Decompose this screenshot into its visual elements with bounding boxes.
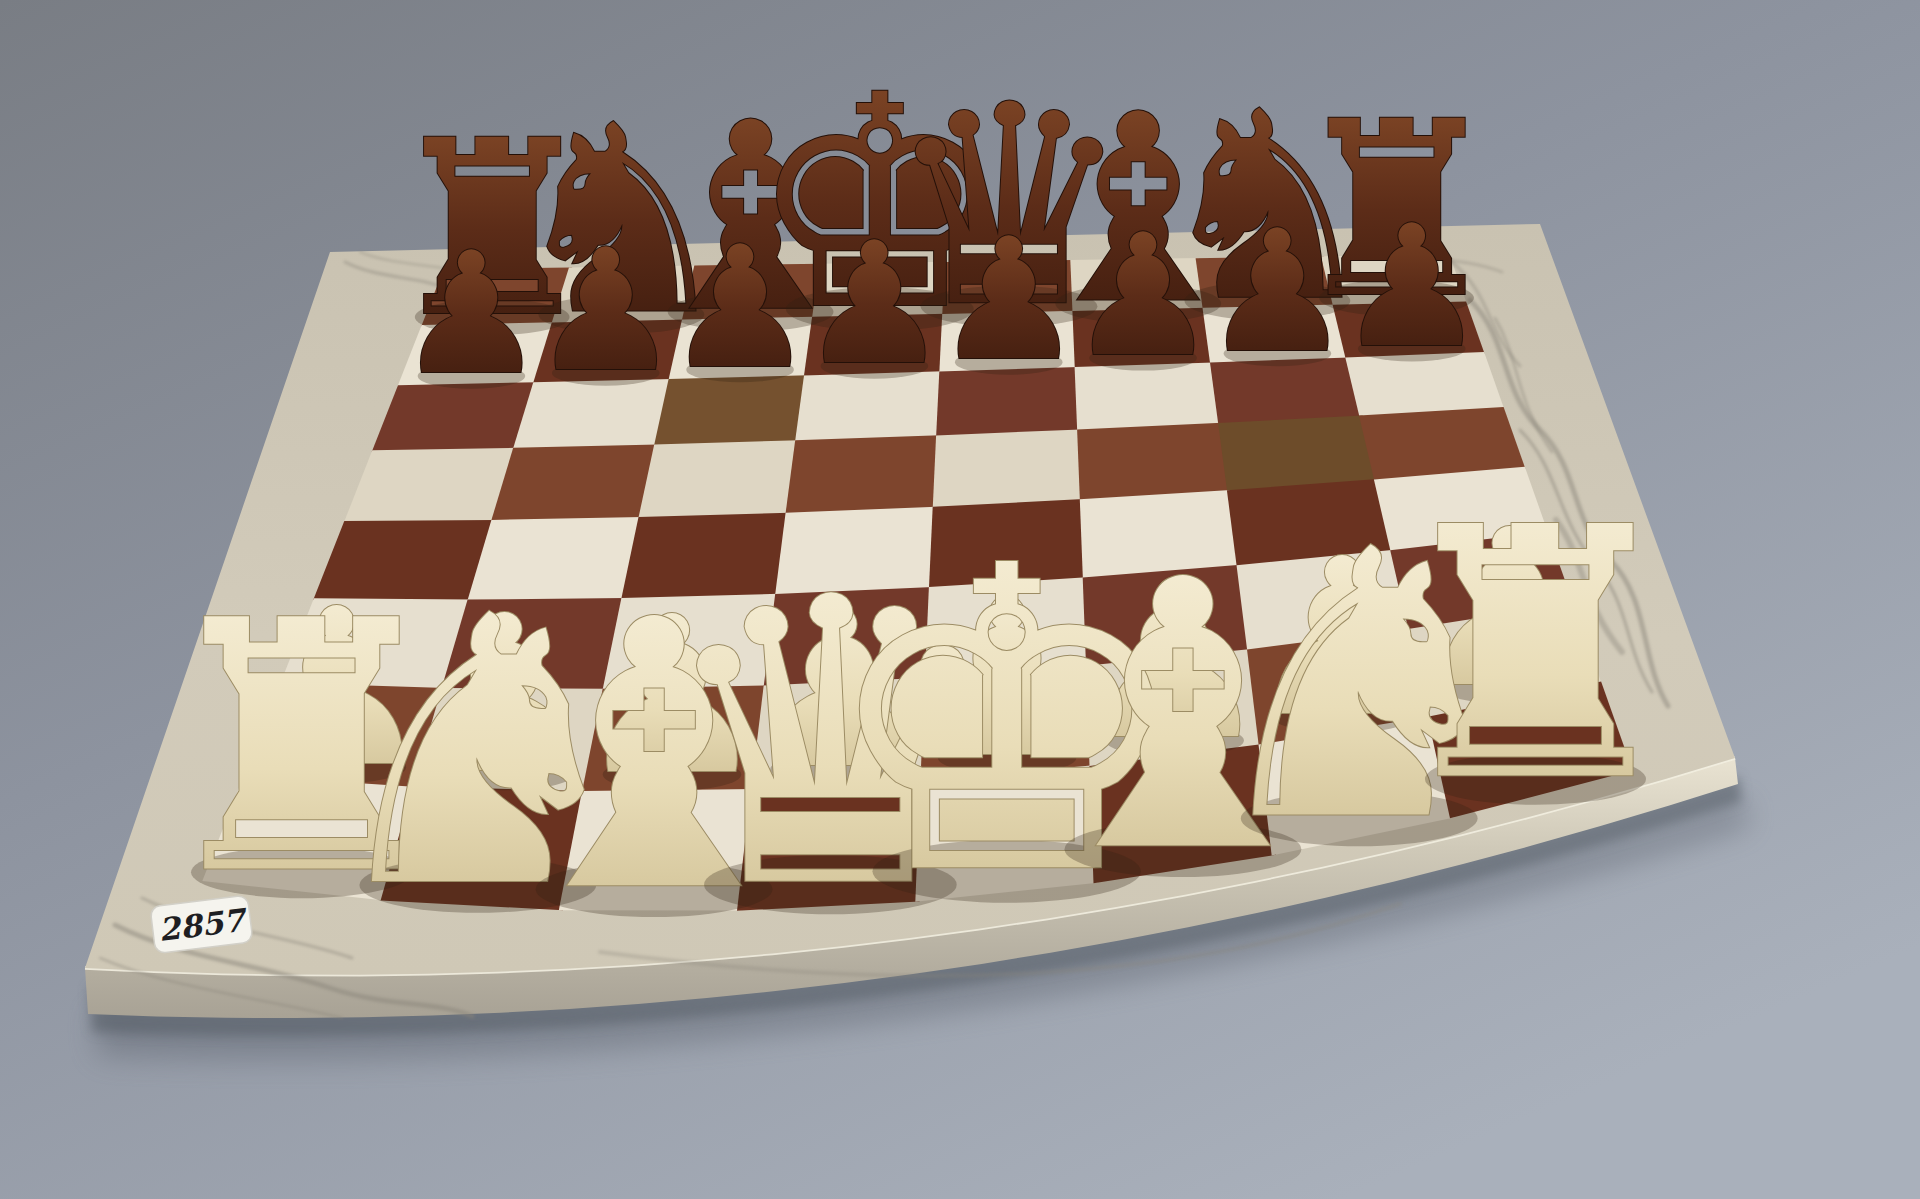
- piece-dark-p-e7[interactable]: ♟: [933, 202, 1084, 398]
- piece-dark-p-a7[interactable]: ♟: [396, 216, 547, 412]
- piece-dark-p-b7[interactable]: ♟: [530, 213, 681, 409]
- chess-photo-scene: 2857 ♜♞♝♚♛♝♞♜♟♟♟♟♟♟♟♟♟♟♟♟♟♟♟♟♜♞♝♛♚♝♞♜: [0, 0, 1920, 1199]
- piece-dark-p-h7[interactable]: ♟: [1336, 189, 1487, 385]
- piece-dark-p-g7[interactable]: ♟: [1202, 194, 1353, 390]
- piece-dark-p-f7[interactable]: ♟: [1068, 198, 1219, 394]
- piece-dark-p-c7[interactable]: ♟: [665, 210, 816, 406]
- square-b5[interactable]: [491, 444, 658, 521]
- square-a5[interactable]: [344, 448, 517, 523]
- piece-white-r-h1[interactable]: ♜: [1381, 454, 1691, 856]
- square-c5[interactable]: [638, 440, 799, 519]
- chess-photo: 2857 ♜♞♝♚♛♝♞♜♟♟♟♟♟♟♟♟♟♟♟♟♟♟♟♟♜♞♝♛♚♝♞♜: [0, 0, 1920, 1199]
- piece-dark-p-d7[interactable]: ♟: [799, 206, 950, 402]
